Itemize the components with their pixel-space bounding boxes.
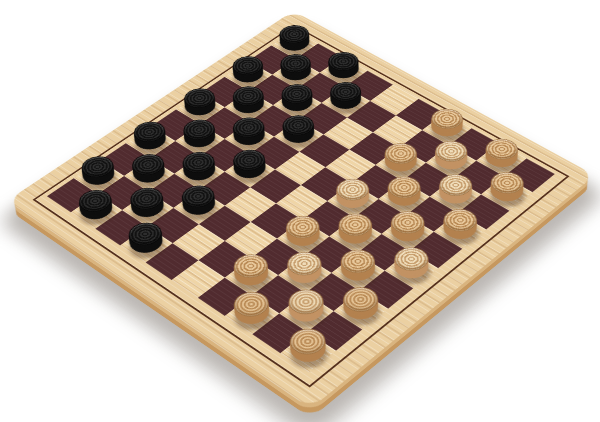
black-piece [125,194,171,225]
white-piece [484,178,530,209]
photo-background [0,0,600,422]
draughts-board [7,11,595,409]
black-piece [177,158,222,188]
white-piece [334,255,381,288]
white-piece [330,185,376,216]
playing-area-frame [33,25,570,388]
black-piece [227,93,270,121]
black-piece [227,156,272,186]
white-piece [282,295,330,330]
white-piece [425,115,469,143]
black-piece [129,128,173,157]
board-grid [47,30,555,372]
white-piece [283,334,332,370]
